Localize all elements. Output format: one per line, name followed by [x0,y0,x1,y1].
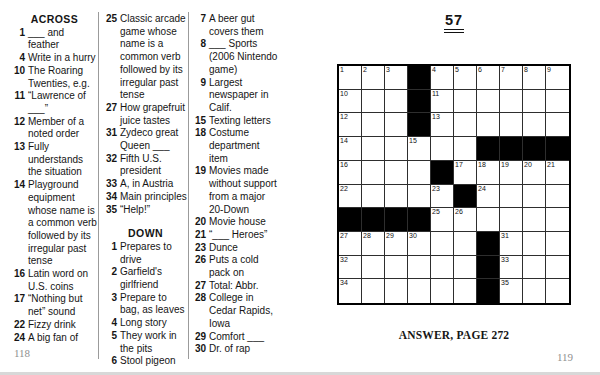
cell-r1c2[interactable]: 2 [362,66,385,90]
clue-number: 9 [192,77,206,90]
clue-number: 34 [103,191,117,204]
clue-across-17: 17“Nothing but net” sound [11,293,98,318]
cell-r8c6[interactable] [454,232,477,256]
cell-r10c8[interactable]: 35 [500,279,523,303]
cell-r8c3[interactable]: 29 [385,232,408,256]
cell-r10c4[interactable] [408,279,431,303]
cell-r4c1[interactable]: 14 [339,137,362,161]
cell-number: 17 [455,161,463,170]
clue-down-30: 30Dr. of rap [192,343,278,356]
cell-r6c7[interactable]: 24 [477,185,500,209]
cell-r9c6[interactable] [454,256,477,280]
cell-number: 22 [340,185,348,194]
clue-across-33: 33A, in Austria [103,178,188,191]
cell-number: 28 [363,232,371,241]
cell-r3c1[interactable]: 12 [339,113,362,137]
page-number-left: 118 [14,347,30,359]
cell-r1c5[interactable]: 4 [431,66,454,90]
cell-r6c10[interactable] [546,185,569,209]
clue-number: 12 [11,116,25,129]
cell-number: 12 [340,113,348,122]
clue-down-5: 5They work in the pits [103,330,188,355]
clue-across-11: 11“Lawrence of ___” [11,90,98,115]
clue-down-20: 20Movie house [192,216,278,229]
cell-r6c3[interactable] [385,185,408,209]
cell-number: 33 [501,256,509,265]
cell-r10c5[interactable] [431,279,454,303]
cell-r9c9[interactable] [523,256,546,280]
clue-number: 33 [103,178,117,191]
black-cell-r4c8 [500,137,523,161]
cell-r7c10[interactable] [546,208,569,232]
clue-across-10: 10The Roaring Twenties, e.g. [11,65,98,90]
black-cell-r4c7 [477,137,500,161]
cell-r6c4[interactable] [408,185,431,209]
clue-number: 2 [103,266,117,279]
cell-r5c6[interactable]: 17 [454,161,477,185]
clue-number: 29 [192,331,206,344]
cell-r3c3[interactable] [385,113,408,137]
cell-r1c6[interactable]: 5 [454,66,477,90]
clue-number: 28 [192,292,206,305]
cell-number: 8 [524,66,528,75]
clue-number: 25 [103,13,117,26]
cell-r3c9[interactable] [523,113,546,137]
clue-down-21: 21“___ Heroes” [192,229,278,242]
clue-number: 13 [11,141,25,154]
answer-note: ANSWER, PAGE 272 [337,329,571,341]
cell-r10c6[interactable] [454,279,477,303]
clue-down-7: 7A beer gut covers them [192,13,278,38]
cell-r8c10[interactable] [546,232,569,256]
clue-across-16: 16Latin word on U.S. coins [11,268,98,293]
cell-number: 16 [340,161,348,170]
cell-number: 31 [501,232,509,241]
cell-r7c7[interactable] [477,208,500,232]
cell-r2c10[interactable] [546,90,569,114]
clue-down-2: 2Garfield's girlfriend [103,266,188,291]
cell-r4c2[interactable] [362,137,385,161]
cell-r2c2[interactable] [362,90,385,114]
crossword-grid: 1234567891011121314151617181920212223242… [337,64,571,305]
clue-column-2: 25Classic arcade game whose name is a co… [103,13,188,368]
column-divider [188,12,189,359]
cell-r5c4[interactable] [408,161,431,185]
page-number-right: 119 [557,351,573,363]
clue-across-25: 25Classic arcade game whose name is a co… [103,13,188,102]
black-cell-r2c4 [408,90,431,114]
cell-r1c9[interactable]: 8 [523,66,546,90]
cell-r6c9[interactable] [523,185,546,209]
clue-across-31: 31Zydeco great Queen ___ [103,127,188,152]
clue-number: 35 [103,204,117,217]
cell-r7c9[interactable] [523,208,546,232]
cell-r4c3[interactable] [385,137,408,161]
clue-number: 1 [103,241,117,254]
cell-number: 32 [340,256,348,265]
cell-number: 5 [455,66,459,75]
cell-r1c10[interactable]: 9 [546,66,569,90]
clue-number: 22 [11,319,25,332]
cell-r6c8[interactable] [500,185,523,209]
cell-r2c5[interactable]: 11 [431,90,454,114]
clue-number: 31 [103,127,117,140]
black-cell-r7c3 [385,208,408,232]
clue-number: 7 [192,13,206,26]
cell-r7c5[interactable]: 25 [431,208,454,232]
clue-across-12: 12Member of a noted order [11,116,98,141]
cell-number: 1 [340,66,344,75]
clue-number: 4 [11,52,25,65]
clue-across-14: 14Playground equipment whose name is a c… [11,179,98,268]
clue-number: 30 [192,343,206,356]
cell-r10c9[interactable] [523,279,546,303]
cell-r5c9[interactable]: 20 [523,161,546,185]
clue-number: 24 [11,332,25,345]
cell-number: 11 [432,90,439,99]
black-cell-r3c4 [408,113,431,137]
cell-r8c4[interactable]: 30 [408,232,431,256]
clue-down-1: 1Prepares to drive [103,241,188,266]
cell-r7c8[interactable] [500,208,523,232]
across-header: ACROSS [11,13,98,26]
clue-across-4: 4Write in a hurry [11,52,98,65]
clue-down-4: 4Long story [103,317,188,330]
cell-r6c5[interactable]: 23 [431,185,454,209]
clue-number: 23 [192,242,206,255]
cell-number: 25 [432,208,440,217]
clue-number: 15 [192,115,206,128]
clue-column-1: ACROSS1___ and feather4Write in a hurry1… [11,13,98,344]
clue-column-3: 7A beer gut covers them8___ Sports (2006… [192,13,278,356]
clue-number: 19 [192,165,206,178]
clue-number: 5 [103,330,117,343]
cell-r9c2[interactable] [362,256,385,280]
black-cell-r7c4 [408,208,431,232]
cell-r9c8[interactable]: 33 [500,256,523,280]
cell-number: 7 [501,66,505,75]
black-cell-r1c4 [408,66,431,90]
cell-r10c10[interactable] [546,279,569,303]
cell-number: 13 [432,113,440,122]
clue-across-27: 27How grapefruit juice tastes [103,102,188,127]
cell-number: 34 [340,279,348,288]
cell-r5c2[interactable] [362,161,385,185]
cell-r5c8[interactable]: 19 [500,161,523,185]
cell-r9c1[interactable]: 32 [339,256,362,280]
cell-number: 23 [432,185,440,194]
black-cell-r10c7 [477,279,500,303]
clue-down-19: 19Movies made without support from a maj… [192,165,278,216]
cell-number: 15 [409,137,417,146]
clue-number: 3 [103,292,117,305]
clue-down-3: 3Prepare to bag, as leaves [103,292,188,317]
clue-number: 14 [11,179,25,192]
clue-number: 10 [11,65,25,78]
cell-r8c9[interactable] [523,232,546,256]
black-cell-r4c9 [523,137,546,161]
cell-r1c3[interactable]: 3 [385,66,408,90]
cell-r3c8[interactable] [500,113,523,137]
cell-r1c1[interactable]: 1 [339,66,362,90]
clue-down-27: 27Total: Abbr. [192,280,278,293]
cell-number: 35 [501,279,509,288]
cell-r6c2[interactable] [362,185,385,209]
cell-r3c7[interactable] [477,113,500,137]
puzzle-number: 57 [444,12,464,33]
cell-number: 27 [340,232,348,241]
cell-number: 10 [340,90,348,99]
clue-across-22: 22Fizzy drink [11,319,98,332]
cell-r3c10[interactable] [546,113,569,137]
black-cell-r7c1 [339,208,362,232]
clue-down-15: 15Texting letters [192,115,278,128]
clue-across-34: 34Main principles [103,191,188,204]
cell-r1c7[interactable]: 6 [477,66,500,90]
cell-r9c10[interactable] [546,256,569,280]
clue-number: 27 [103,102,117,115]
clue-number: 26 [192,254,206,267]
cell-r5c7[interactable]: 18 [477,161,500,185]
clue-across-13: 13Fully understands the situation [11,141,98,179]
cell-number: 19 [501,161,509,170]
cell-r5c1[interactable]: 16 [339,161,362,185]
cell-r2c9[interactable] [523,90,546,114]
cell-number: 2 [363,66,367,75]
book-spread: ACROSS1___ and feather4Write in a hurry1… [0,0,600,375]
cell-number: 29 [386,232,394,241]
cell-number: 4 [432,66,436,75]
cell-r2c1[interactable]: 10 [339,90,362,114]
clue-across-35: 35“Help!” [103,204,188,217]
clue-down-23: 23Dunce [192,242,278,255]
cell-number: 9 [547,66,551,75]
clue-down-9: 9Largest newspaper in Calif. [192,77,278,115]
black-cell-r5c5 [431,161,454,185]
black-cell-r9c7 [477,256,500,280]
cell-r8c1[interactable]: 27 [339,232,362,256]
cell-r8c8[interactable]: 31 [500,232,523,256]
cell-r5c3[interactable] [385,161,408,185]
clue-number: 8 [192,38,206,51]
clue-number: 20 [192,216,206,229]
cell-r2c7[interactable] [477,90,500,114]
black-cell-r4c10 [546,137,569,161]
cell-r3c6[interactable] [454,113,477,137]
cell-r4c4[interactable]: 15 [408,137,431,161]
cell-r2c6[interactable] [454,90,477,114]
clue-across-32: 32Fifth U.S. president [103,153,188,178]
cell-r9c4[interactable] [408,256,431,280]
cell-r5c10[interactable]: 21 [546,161,569,185]
cell-r8c2[interactable]: 28 [362,232,385,256]
clue-down-28: 28College in Cedar Rapids, Iowa [192,292,278,330]
clue-number: 17 [11,293,25,306]
cell-number: 6 [478,66,482,75]
cell-number: 3 [386,66,390,75]
cell-number: 24 [478,185,486,194]
clue-number: 6 [103,355,117,368]
cell-r4c6[interactable] [454,137,477,161]
cell-number: 26 [455,208,463,217]
clue-down-26: 26Puts a cold pack on [192,254,278,279]
cell-r10c3[interactable] [385,279,408,303]
clue-number: 21 [192,229,206,242]
cell-r7c6[interactable]: 26 [454,208,477,232]
puzzle-title: 57 [337,11,571,29]
cell-r9c5[interactable] [431,256,454,280]
cell-r8c5[interactable] [431,232,454,256]
black-cell-r7c2 [362,208,385,232]
cell-r4c5[interactable] [431,137,454,161]
clue-down-8: 8___ Sports (2006 Nintendo game) [192,38,278,76]
clue-number: 18 [192,127,206,140]
cell-r9c3[interactable] [385,256,408,280]
cell-number: 30 [409,232,417,241]
cell-r6c1[interactable]: 22 [339,185,362,209]
clue-number: 11 [11,90,25,103]
clue-number: 4 [103,317,117,330]
black-cell-r8c7 [477,232,500,256]
cell-r10c2[interactable] [362,279,385,303]
clue-number: 27 [192,280,206,293]
cell-number: 18 [478,161,486,170]
clue-number: 16 [11,268,25,281]
down-header: DOWN [103,227,188,240]
clue-number: 1 [11,27,25,40]
clue-down-29: 29Comfort ___ [192,331,278,344]
cell-r2c8[interactable] [500,90,523,114]
clue-across-24: 24A big fan of [11,332,98,345]
cell-number: 20 [524,161,532,170]
cell-r3c2[interactable] [362,113,385,137]
cell-r2c3[interactable] [385,90,408,114]
cell-number: 14 [340,137,348,146]
cell-r10c1[interactable]: 34 [339,279,362,303]
black-cell-r6c6 [454,185,477,209]
cell-r3c5[interactable]: 13 [431,113,454,137]
clue-down-18: 18Costume department item [192,127,278,165]
column-divider [98,12,99,359]
clue-down-6: 6Stool pigeon [103,355,188,368]
clue-across-1: 1___ and feather [11,27,98,52]
clue-number: 32 [103,153,117,166]
cell-r1c8[interactable]: 7 [500,66,523,90]
cell-number: 21 [547,161,555,170]
